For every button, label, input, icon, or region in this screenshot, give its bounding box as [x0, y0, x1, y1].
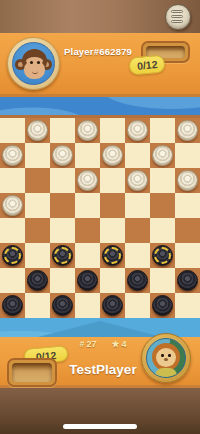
- white-piece[interactable]: [152, 145, 173, 166]
- board-square-r7c3: [75, 293, 100, 318]
- board-square-r7c7: [175, 293, 200, 318]
- white-piece[interactable]: [77, 170, 98, 191]
- board-square-r4c3[interactable]: [75, 218, 100, 243]
- black-piece[interactable]: [152, 245, 173, 266]
- board-square-r5c5: [125, 243, 150, 268]
- board-square-r4c5[interactable]: [125, 218, 150, 243]
- board-square-r0c4: [100, 118, 125, 143]
- board-square-r6c6: [150, 268, 175, 293]
- board-square-r5c0[interactable]: [0, 243, 25, 268]
- white-piece[interactable]: [27, 120, 48, 141]
- board-square-r1c4[interactable]: [100, 143, 125, 168]
- mountain-decoration: [38, 321, 162, 337]
- board-square-r3c5: [125, 193, 150, 218]
- board-square-r2c3[interactable]: [75, 168, 100, 193]
- board-square-r6c3[interactable]: [75, 268, 100, 293]
- board-square-r6c7[interactable]: [175, 268, 200, 293]
- board-square-r7c2[interactable]: [50, 293, 75, 318]
- board-square-r0c6: [150, 118, 175, 143]
- black-piece[interactable]: [102, 245, 123, 266]
- board-square-r3c3: [75, 193, 100, 218]
- board-square-r0c5[interactable]: [125, 118, 150, 143]
- board-square-r4c2: [50, 218, 75, 243]
- board-square-r6c1[interactable]: [25, 268, 50, 293]
- board-square-r5c3: [75, 243, 100, 268]
- white-piece[interactable]: [77, 120, 98, 141]
- board-square-r2c2: [50, 168, 75, 193]
- board-square-r7c5: [125, 293, 150, 318]
- menu-button[interactable]: [165, 4, 191, 30]
- board-square-r6c2: [50, 268, 75, 293]
- board-square-r1c2[interactable]: [50, 143, 75, 168]
- app-screen: Player#662879 0/12 0/12 # 27 ★ 4 TestPla…: [0, 0, 200, 434]
- white-piece[interactable]: [102, 145, 123, 166]
- board-square-r6c0: [0, 268, 25, 293]
- board-square-r3c7: [175, 193, 200, 218]
- board-square-r7c1: [25, 293, 50, 318]
- board-square-r0c3[interactable]: [75, 118, 100, 143]
- board-square-r3c6[interactable]: [150, 193, 175, 218]
- opponent-bar: Player#662879 0/12: [0, 33, 200, 97]
- black-piece[interactable]: [52, 295, 73, 316]
- white-piece[interactable]: [52, 145, 73, 166]
- footer: [0, 388, 200, 434]
- board-square-r5c4[interactable]: [100, 243, 125, 268]
- black-piece[interactable]: [77, 270, 98, 291]
- white-piece[interactable]: [127, 170, 148, 191]
- board-square-r6c4: [100, 268, 125, 293]
- board-square-r4c7[interactable]: [175, 218, 200, 243]
- black-piece[interactable]: [152, 295, 173, 316]
- board-square-r3c1: [25, 193, 50, 218]
- board-square-r1c6[interactable]: [150, 143, 175, 168]
- board-square-r2c7[interactable]: [175, 168, 200, 193]
- status-strip: [0, 0, 200, 33]
- board-square-r4c0: [0, 218, 25, 243]
- star-icon: ★: [111, 339, 119, 349]
- games-stat: # 27: [79, 339, 96, 349]
- board-square-r2c1[interactable]: [25, 168, 50, 193]
- lion-icon: [146, 338, 186, 378]
- black-piece[interactable]: [2, 245, 23, 266]
- home-indicator[interactable]: [63, 424, 137, 429]
- player-stats: # 27 ★ 4: [58, 339, 148, 349]
- board-square-r0c0: [0, 118, 25, 143]
- white-piece[interactable]: [177, 170, 198, 191]
- player-bar: 0/12 # 27 ★ 4 TestPlayer: [0, 337, 200, 388]
- board-square-r2c0: [0, 168, 25, 193]
- opponent-captured-badge: 0/12: [128, 54, 166, 75]
- hamburger-icon: [171, 10, 183, 13]
- white-piece[interactable]: [177, 120, 198, 141]
- board-square-r1c7: [175, 143, 200, 168]
- board-square-r2c5[interactable]: [125, 168, 150, 193]
- black-piece[interactable]: [102, 295, 123, 316]
- black-piece[interactable]: [2, 295, 23, 316]
- black-piece[interactable]: [177, 270, 198, 291]
- opponent-avatar: [7, 37, 60, 90]
- board-square-r5c6[interactable]: [150, 243, 175, 268]
- board-square-r0c7[interactable]: [175, 118, 200, 143]
- board-square-r5c1: [25, 243, 50, 268]
- board: [0, 118, 200, 318]
- white-piece[interactable]: [2, 145, 23, 166]
- black-piece[interactable]: [27, 270, 48, 291]
- board-square-r2c4: [100, 168, 125, 193]
- opponent-name: Player#662879: [64, 46, 132, 57]
- board-square-r3c4[interactable]: [100, 193, 125, 218]
- board-square-r1c5: [125, 143, 150, 168]
- black-piece[interactable]: [127, 270, 148, 291]
- board-square-r6c5[interactable]: [125, 268, 150, 293]
- board-square-r1c1: [25, 143, 50, 168]
- white-piece[interactable]: [2, 195, 23, 216]
- board-square-r4c1[interactable]: [25, 218, 50, 243]
- games-count: 27: [86, 339, 96, 349]
- board-square-r4c4: [100, 218, 125, 243]
- board-square-r1c3: [75, 143, 100, 168]
- board-square-r1c0[interactable]: [0, 143, 25, 168]
- board-square-r7c4[interactable]: [100, 293, 125, 318]
- black-piece[interactable]: [52, 245, 73, 266]
- board-square-r5c2[interactable]: [50, 243, 75, 268]
- board-square-r0c2: [50, 118, 75, 143]
- stars-stat: ★ 4: [111, 339, 126, 349]
- stars-count: 4: [122, 339, 127, 349]
- board-square-r3c2[interactable]: [50, 193, 75, 218]
- grid-icon: #: [79, 339, 84, 349]
- player-avatar: [141, 333, 191, 383]
- board-square-r3c0[interactable]: [0, 193, 25, 218]
- board-square-r0c1[interactable]: [25, 118, 50, 143]
- board-square-r4c6: [150, 218, 175, 243]
- monkey-icon: [12, 42, 55, 85]
- board-square-r7c0[interactable]: [0, 293, 25, 318]
- board-square-r7c6[interactable]: [150, 293, 175, 318]
- white-piece[interactable]: [127, 120, 148, 141]
- board-square-r2c6: [150, 168, 175, 193]
- board-square-r5c7: [175, 243, 200, 268]
